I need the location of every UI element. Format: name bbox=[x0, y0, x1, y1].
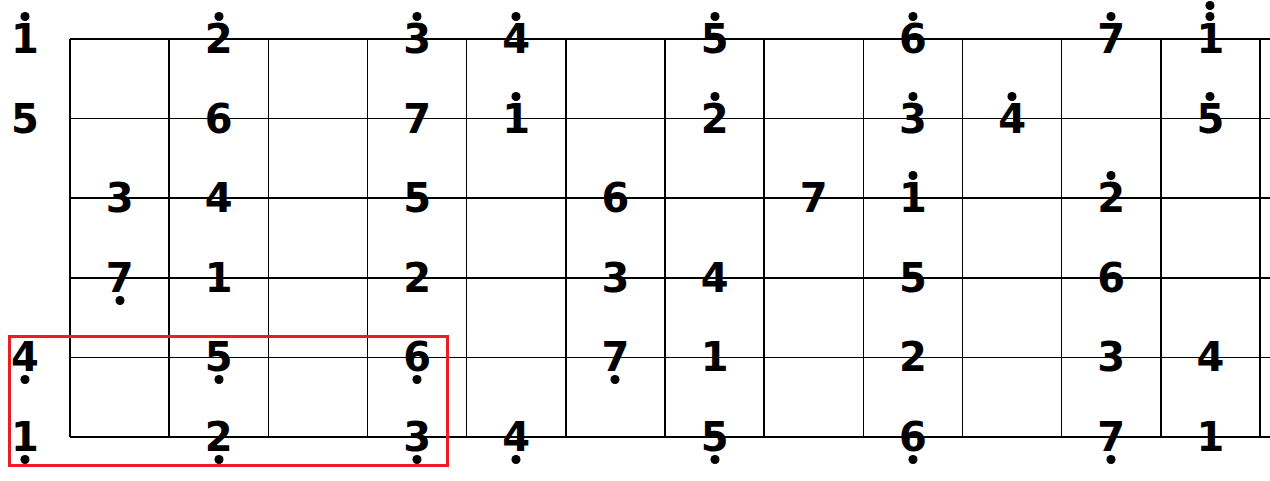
jianpu-digit: 2 bbox=[1097, 178, 1125, 218]
note-string-5-fret-12: 4 bbox=[1188, 334, 1232, 380]
note-string-1-fret-4: 3 bbox=[395, 16, 439, 62]
octave-dot-below bbox=[512, 455, 521, 464]
octave-dot-above bbox=[21, 12, 30, 21]
string-line-2 bbox=[70, 118, 1270, 120]
octave-dot-above bbox=[1206, 1, 1215, 10]
note-string-2-fret-10: 4 bbox=[990, 96, 1034, 142]
jianpu-digit: 7 bbox=[106, 258, 134, 298]
jianpu-digit: 5 bbox=[11, 99, 39, 139]
jianpu-digit: 3 bbox=[601, 258, 629, 298]
note-string-1-fret-5: 4 bbox=[494, 16, 538, 62]
fret-line-7 bbox=[763, 39, 765, 437]
octave-dot-above bbox=[413, 12, 422, 21]
jianpu-digit: 4 bbox=[701, 258, 729, 298]
octave-dot-above bbox=[1107, 171, 1116, 180]
jianpu-digit: 4 bbox=[998, 99, 1026, 139]
note-string-2-fret-2: 6 bbox=[197, 96, 241, 142]
jianpu-digit: 5 bbox=[701, 19, 729, 59]
note-string-6-fret-7: 5 bbox=[693, 414, 737, 460]
jianpu-digit: 3 bbox=[106, 178, 134, 218]
jianpu-digit: 4 bbox=[502, 19, 530, 59]
octave-dot-below bbox=[115, 296, 124, 305]
octave-dot-below bbox=[611, 375, 620, 384]
octave-dot-above bbox=[1008, 92, 1017, 101]
jianpu-digit: 5 bbox=[403, 178, 431, 218]
fret-line-6 bbox=[664, 39, 666, 437]
note-string-1-fret-7: 5 bbox=[693, 16, 737, 62]
note-string-1-fret-9: 6 bbox=[891, 16, 935, 62]
jianpu-digit: 2 bbox=[205, 19, 233, 59]
jianpu-digit: 2 bbox=[899, 337, 927, 377]
octave-dot-above bbox=[710, 12, 719, 21]
jianpu-digit: 6 bbox=[899, 19, 927, 59]
note-string-4-fret-11: 6 bbox=[1089, 255, 1133, 301]
note-string-4-fret-6: 3 bbox=[593, 255, 637, 301]
jianpu-digit: 2 bbox=[701, 99, 729, 139]
jianpu-digit: 4 bbox=[1196, 337, 1224, 377]
jianpu-digit: 5 bbox=[701, 417, 729, 457]
note-string-3-fret-11: 2 bbox=[1089, 175, 1133, 221]
note-string-2-fret-7: 2 bbox=[693, 96, 737, 142]
jianpu-digit: 6 bbox=[899, 417, 927, 457]
fret-line-10 bbox=[1061, 39, 1063, 437]
jianpu-digit: 7 bbox=[1097, 19, 1125, 59]
jianpu-digit: 4 bbox=[205, 178, 233, 218]
jianpu-digit: 1 bbox=[1196, 19, 1224, 59]
jianpu-digit: 7 bbox=[403, 99, 431, 139]
jianpu-digit: 7 bbox=[601, 337, 629, 377]
note-string-2-fret-12: 5 bbox=[1188, 96, 1232, 142]
octave-dot-above bbox=[512, 92, 521, 101]
jianpu-digit: 3 bbox=[899, 99, 927, 139]
note-string-4-fret-9: 5 bbox=[891, 255, 935, 301]
note-string-6-fret-9: 6 bbox=[891, 414, 935, 460]
note-string-1-fret-2: 2 bbox=[197, 16, 241, 62]
fretboard-diagram: 1234567156712345345671271234564567123412… bbox=[0, 0, 1270, 481]
jianpu-digit: 1 bbox=[11, 19, 39, 59]
note-string-1-fret-12: 1 bbox=[1188, 16, 1232, 62]
octave-dot-above bbox=[214, 12, 223, 21]
octave-dot-above bbox=[908, 171, 917, 180]
jianpu-digit: 6 bbox=[1097, 258, 1125, 298]
note-string-5-fret-7: 1 bbox=[693, 334, 737, 380]
octave-dot-above bbox=[710, 92, 719, 101]
note-string-6-fret-11: 7 bbox=[1089, 414, 1133, 460]
fret-line-11 bbox=[1160, 39, 1162, 437]
note-string-5-fret-6: 7 bbox=[593, 334, 637, 380]
note-string-3-fret-9: 1 bbox=[891, 175, 935, 221]
highlight-box bbox=[8, 335, 449, 467]
note-string-2-fret-4: 7 bbox=[395, 96, 439, 142]
note-string-1-fret-11: 7 bbox=[1089, 16, 1133, 62]
octave-dot-above bbox=[908, 92, 917, 101]
jianpu-digit: 5 bbox=[899, 258, 927, 298]
jianpu-digit: 6 bbox=[601, 178, 629, 218]
jianpu-digit: 1 bbox=[502, 99, 530, 139]
jianpu-digit: 1 bbox=[1196, 417, 1224, 457]
note-string-5-fret-9: 2 bbox=[891, 334, 935, 380]
jianpu-digit: 4 bbox=[502, 417, 530, 457]
octave-dot-above bbox=[1206, 12, 1215, 21]
octave-dot-above bbox=[512, 12, 521, 21]
note-string-3-fret-6: 6 bbox=[593, 175, 637, 221]
jianpu-digit: 6 bbox=[205, 99, 233, 139]
open-note-string-1: 1 bbox=[3, 16, 47, 62]
fret-line-8 bbox=[863, 39, 865, 437]
octave-dot-above bbox=[1107, 12, 1116, 21]
note-string-4-fret-1: 7 bbox=[98, 255, 142, 301]
note-string-6-fret-5: 4 bbox=[494, 414, 538, 460]
jianpu-digit: 1 bbox=[701, 337, 729, 377]
note-string-3-fret-2: 4 bbox=[197, 175, 241, 221]
octave-dot-above bbox=[1206, 92, 1215, 101]
jianpu-digit: 1 bbox=[205, 258, 233, 298]
fret-line-12 bbox=[1259, 39, 1261, 437]
jianpu-digit: 1 bbox=[899, 178, 927, 218]
note-string-4-fret-2: 1 bbox=[197, 255, 241, 301]
note-string-2-fret-5: 1 bbox=[494, 96, 538, 142]
jianpu-digit: 3 bbox=[403, 19, 431, 59]
note-string-4-fret-7: 4 bbox=[693, 255, 737, 301]
octave-dot-below bbox=[1107, 455, 1116, 464]
jianpu-digit: 2 bbox=[403, 258, 431, 298]
note-string-4-fret-4: 2 bbox=[395, 255, 439, 301]
octave-dot-below bbox=[710, 455, 719, 464]
note-string-3-fret-1: 3 bbox=[98, 175, 142, 221]
jianpu-digit: 7 bbox=[1097, 417, 1125, 457]
note-string-3-fret-4: 5 bbox=[395, 175, 439, 221]
fret-line-9 bbox=[962, 39, 964, 437]
octave-dot-below bbox=[908, 455, 917, 464]
note-string-2-fret-9: 3 bbox=[891, 96, 935, 142]
octave-dot-above bbox=[908, 12, 917, 21]
fret-line-4 bbox=[466, 39, 468, 437]
jianpu-digit: 3 bbox=[1097, 337, 1125, 377]
note-string-6-fret-12: 1 bbox=[1188, 414, 1232, 460]
jianpu-digit: 7 bbox=[800, 178, 828, 218]
fret-line-5 bbox=[565, 39, 567, 437]
open-note-string-2: 5 bbox=[3, 96, 47, 142]
note-string-5-fret-11: 3 bbox=[1089, 334, 1133, 380]
note-string-3-fret-8: 7 bbox=[792, 175, 836, 221]
jianpu-digit: 5 bbox=[1196, 99, 1224, 139]
